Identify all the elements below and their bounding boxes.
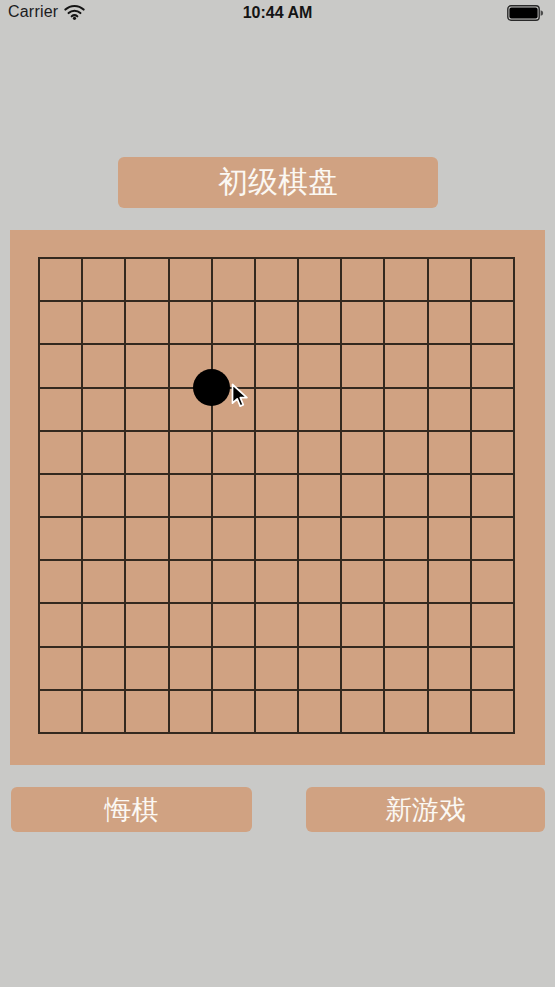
board-cell[interactable]	[211, 559, 254, 602]
board-cell[interactable]	[340, 430, 383, 473]
board-cell[interactable]	[254, 559, 297, 602]
board-cell[interactable]	[470, 602, 513, 645]
board-cell[interactable]	[340, 602, 383, 645]
board-cell[interactable]	[168, 646, 211, 689]
board-cell[interactable]	[427, 300, 470, 343]
board-cell[interactable]	[470, 387, 513, 430]
board-cell[interactable]	[383, 257, 426, 300]
board-cell[interactable]	[470, 516, 513, 559]
board-cell[interactable]	[383, 343, 426, 386]
board-cell[interactable]	[297, 646, 340, 689]
board-cell[interactable]	[168, 559, 211, 602]
board-cell[interactable]	[254, 257, 297, 300]
board-cell[interactable]	[168, 257, 211, 300]
board-cell[interactable]	[81, 516, 124, 559]
board-cell[interactable]	[211, 387, 254, 430]
board-cell[interactable]	[340, 559, 383, 602]
board-cell[interactable]	[124, 689, 167, 732]
board-cell[interactable]	[124, 473, 167, 516]
board-cell[interactable]	[340, 387, 383, 430]
board-cell[interactable]	[38, 430, 81, 473]
board-cell[interactable]	[38, 387, 81, 430]
board-cell[interactable]	[124, 257, 167, 300]
board-cell[interactable]	[211, 430, 254, 473]
board-cell[interactable]	[427, 646, 470, 689]
board-cell[interactable]	[81, 300, 124, 343]
board-cell[interactable]	[340, 257, 383, 300]
new-game-button[interactable]: 新游戏	[306, 787, 545, 832]
board-cell[interactable]	[38, 559, 81, 602]
board-cell[interactable]	[124, 602, 167, 645]
board-cell[interactable]	[211, 689, 254, 732]
board-cell[interactable]	[297, 473, 340, 516]
board-cell[interactable]	[297, 387, 340, 430]
board-cell[interactable]	[340, 646, 383, 689]
board-cell[interactable]	[470, 473, 513, 516]
app-screen: Carrier 10:44 AM 初级棋盘 悔棋 新游戏	[0, 0, 555, 987]
board-cell[interactable]	[297, 516, 340, 559]
board-cell[interactable]	[470, 430, 513, 473]
board-cell[interactable]	[38, 300, 81, 343]
board-cell[interactable]	[254, 646, 297, 689]
board-cell[interactable]	[297, 343, 340, 386]
board-cell[interactable]	[383, 300, 426, 343]
status-time: 10:44 AM	[0, 4, 555, 22]
board-cell[interactable]	[254, 689, 297, 732]
board-cell[interactable]	[427, 559, 470, 602]
board-cell[interactable]	[211, 257, 254, 300]
board-cell[interactable]	[340, 343, 383, 386]
board-cell[interactable]	[254, 602, 297, 645]
board-cell[interactable]	[427, 430, 470, 473]
board-cell[interactable]	[38, 516, 81, 559]
board-cell[interactable]	[383, 646, 426, 689]
board-cell[interactable]	[38, 646, 81, 689]
board-cell[interactable]	[38, 473, 81, 516]
board-cell[interactable]	[340, 300, 383, 343]
board-cell[interactable]	[470, 689, 513, 732]
status-bar: Carrier 10:44 AM	[0, 0, 555, 27]
board-cell[interactable]	[470, 559, 513, 602]
board-cell[interactable]	[81, 343, 124, 386]
battery-icon	[507, 5, 544, 21]
board-cell[interactable]	[427, 602, 470, 645]
board-cell[interactable]	[168, 430, 211, 473]
board-cell[interactable]	[383, 387, 426, 430]
board-cell[interactable]	[211, 646, 254, 689]
board-cell[interactable]	[81, 646, 124, 689]
board-cell[interactable]	[38, 343, 81, 386]
board-cell[interactable]	[383, 430, 426, 473]
board-cell[interactable]	[340, 473, 383, 516]
board-cell[interactable]	[124, 559, 167, 602]
board-cell[interactable]	[81, 430, 124, 473]
board-cell[interactable]	[254, 430, 297, 473]
board-cell[interactable]	[124, 646, 167, 689]
board-cell[interactable]	[427, 257, 470, 300]
board-cell[interactable]	[254, 387, 297, 430]
board-cell[interactable]	[427, 343, 470, 386]
board-cell[interactable]	[124, 430, 167, 473]
board-cell[interactable]	[254, 300, 297, 343]
undo-button[interactable]: 悔棋	[11, 787, 252, 832]
board-cell[interactable]	[124, 343, 167, 386]
board-cell[interactable]	[297, 689, 340, 732]
board-cell[interactable]	[297, 257, 340, 300]
board-cell[interactable]	[81, 689, 124, 732]
board-cell[interactable]	[427, 516, 470, 559]
board-cell[interactable]	[470, 646, 513, 689]
board-cell[interactable]	[470, 343, 513, 386]
board-cell[interactable]	[168, 689, 211, 732]
board-cell[interactable]	[168, 602, 211, 645]
board-cell[interactable]	[211, 300, 254, 343]
board-cell[interactable]	[297, 300, 340, 343]
board-cell[interactable]	[168, 343, 211, 386]
board-cell[interactable]	[81, 559, 124, 602]
status-bar-right	[507, 5, 544, 21]
board-cell[interactable]	[81, 257, 124, 300]
board-cell[interactable]	[297, 559, 340, 602]
board-cell[interactable]	[38, 257, 81, 300]
board-cell[interactable]	[211, 343, 254, 386]
board-cell[interactable]	[383, 602, 426, 645]
board-cell[interactable]	[383, 473, 426, 516]
board-cell[interactable]	[124, 387, 167, 430]
board-cell[interactable]	[168, 516, 211, 559]
board-cell[interactable]	[470, 257, 513, 300]
board-cell[interactable]	[168, 387, 211, 430]
board-cell[interactable]	[81, 473, 124, 516]
board-cell[interactable]	[211, 602, 254, 645]
board-cell[interactable]	[297, 430, 340, 473]
board-cell[interactable]	[383, 689, 426, 732]
board-cell[interactable]	[124, 516, 167, 559]
board-cell[interactable]	[254, 516, 297, 559]
board-cell[interactable]	[168, 300, 211, 343]
board-cell[interactable]	[383, 559, 426, 602]
board-cell[interactable]	[81, 602, 124, 645]
board-cell[interactable]	[254, 343, 297, 386]
board-cell[interactable]	[383, 516, 426, 559]
board-cell[interactable]	[168, 473, 211, 516]
board-cell[interactable]	[427, 689, 470, 732]
board-cell[interactable]	[38, 602, 81, 645]
board-grid[interactable]	[38, 257, 515, 734]
board-cell[interactable]	[340, 516, 383, 559]
board-cell[interactable]	[340, 689, 383, 732]
board-cell[interactable]	[470, 300, 513, 343]
board-cell[interactable]	[427, 473, 470, 516]
board-level-button[interactable]: 初级棋盘	[118, 157, 438, 208]
board-cell[interactable]	[211, 473, 254, 516]
board-cell[interactable]	[124, 300, 167, 343]
board-cell[interactable]	[254, 473, 297, 516]
board-cell[interactable]	[81, 387, 124, 430]
board-cell[interactable]	[427, 387, 470, 430]
board-cell[interactable]	[211, 516, 254, 559]
board-cell[interactable]	[297, 602, 340, 645]
board-cell[interactable]	[38, 689, 81, 732]
game-board[interactable]	[10, 230, 545, 765]
